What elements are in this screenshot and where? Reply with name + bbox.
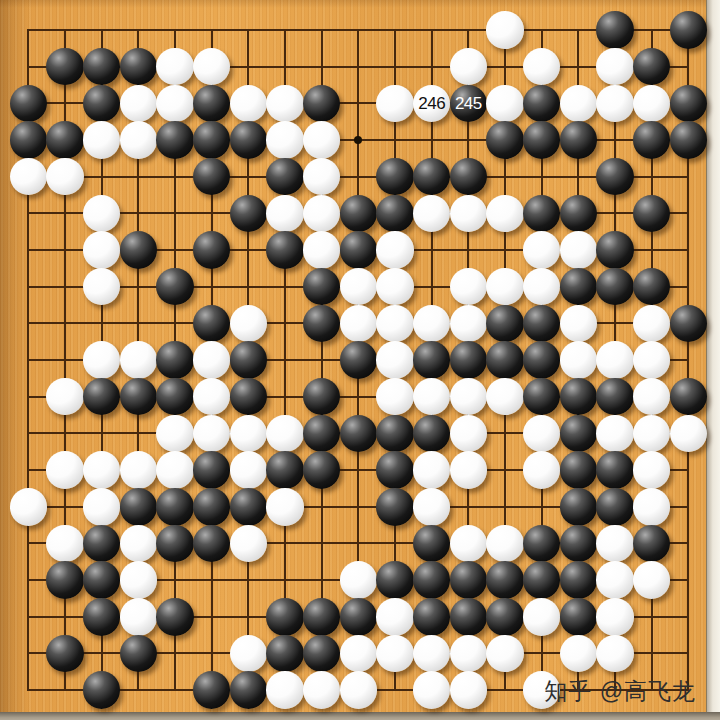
white-stone — [413, 305, 451, 343]
black-stone — [83, 561, 121, 599]
black-stone — [340, 415, 378, 453]
black-stone — [230, 488, 268, 526]
white-stone — [156, 48, 194, 86]
black-stone — [523, 341, 561, 379]
black-stone — [193, 671, 231, 709]
black-stone — [340, 231, 378, 269]
black-stone — [560, 121, 598, 159]
white-stone — [523, 415, 561, 453]
black-stone — [670, 305, 708, 343]
black-stone — [413, 525, 451, 563]
white-stone — [596, 85, 634, 123]
black-stone — [560, 268, 598, 306]
black-stone — [413, 341, 451, 379]
black-stone — [560, 525, 598, 563]
white-stone — [193, 415, 231, 453]
black-stone — [633, 121, 671, 159]
white-stone — [83, 268, 121, 306]
black-stone — [596, 451, 634, 489]
black-stone — [560, 561, 598, 599]
white-stone — [230, 635, 268, 673]
white-stone — [83, 488, 121, 526]
white-stone — [340, 635, 378, 673]
black-stone — [523, 85, 561, 123]
white-stone — [633, 451, 671, 489]
black-stone — [193, 121, 231, 159]
white-stone — [413, 85, 451, 123]
black-stone — [486, 121, 524, 159]
black-stone — [193, 231, 231, 269]
watermark-text: 知乎 @高飞龙 — [544, 676, 696, 707]
white-stone — [523, 231, 561, 269]
white-stone — [83, 341, 121, 379]
black-stone — [193, 158, 231, 196]
white-stone — [486, 85, 524, 123]
board-bottom-edge — [0, 712, 720, 720]
black-stone — [156, 378, 194, 416]
black-stone — [193, 85, 231, 123]
black-stone — [560, 488, 598, 526]
black-stone — [120, 488, 158, 526]
black-stone — [376, 158, 414, 196]
white-stone — [230, 451, 268, 489]
white-stone — [193, 48, 231, 86]
white-stone — [450, 378, 488, 416]
black-stone — [120, 378, 158, 416]
black-stone — [413, 561, 451, 599]
white-stone — [303, 158, 341, 196]
white-stone — [46, 525, 84, 563]
white-stone — [450, 451, 488, 489]
white-stone — [633, 341, 671, 379]
black-stone — [560, 195, 598, 233]
black-stone — [83, 598, 121, 636]
black-stone — [266, 451, 304, 489]
black-stone — [156, 268, 194, 306]
black-stone — [486, 341, 524, 379]
black-stone — [83, 378, 121, 416]
black-stone — [633, 268, 671, 306]
white-stone — [340, 305, 378, 343]
white-stone — [596, 341, 634, 379]
black-stone — [413, 415, 451, 453]
black-stone — [376, 488, 414, 526]
white-stone — [560, 341, 598, 379]
white-stone — [413, 451, 451, 489]
white-stone — [413, 378, 451, 416]
black-stone — [193, 451, 231, 489]
black-stone — [450, 85, 488, 123]
white-stone — [633, 488, 671, 526]
black-stone — [486, 305, 524, 343]
white-stone — [450, 305, 488, 343]
black-stone — [10, 121, 48, 159]
black-stone — [303, 635, 341, 673]
black-stone — [340, 341, 378, 379]
black-stone — [156, 488, 194, 526]
black-stone — [596, 268, 634, 306]
black-stone — [560, 451, 598, 489]
white-stone — [596, 525, 634, 563]
white-stone — [560, 305, 598, 343]
white-stone — [486, 11, 524, 49]
black-stone — [120, 48, 158, 86]
black-stone — [523, 121, 561, 159]
black-stone — [230, 121, 268, 159]
white-stone — [523, 451, 561, 489]
white-stone — [266, 121, 304, 159]
white-stone — [46, 451, 84, 489]
white-stone — [486, 635, 524, 673]
white-stone — [376, 268, 414, 306]
white-stone — [156, 451, 194, 489]
black-stone — [450, 158, 488, 196]
black-stone — [156, 598, 194, 636]
black-stone — [156, 121, 194, 159]
white-stone — [596, 415, 634, 453]
black-stone — [156, 525, 194, 563]
black-stone — [560, 378, 598, 416]
black-stone — [523, 305, 561, 343]
black-stone — [376, 451, 414, 489]
white-stone — [376, 85, 414, 123]
white-stone — [120, 561, 158, 599]
white-stone — [266, 415, 304, 453]
black-stone — [560, 415, 598, 453]
black-stone — [303, 85, 341, 123]
black-stone — [670, 11, 708, 49]
white-stone — [303, 671, 341, 709]
black-stone — [670, 121, 708, 159]
black-stone — [230, 195, 268, 233]
white-stone — [376, 305, 414, 343]
white-stone — [83, 195, 121, 233]
white-stone — [193, 378, 231, 416]
white-stone — [486, 525, 524, 563]
white-stone — [230, 415, 268, 453]
white-stone — [193, 341, 231, 379]
black-stone — [46, 48, 84, 86]
black-stone — [10, 85, 48, 123]
white-stone — [560, 85, 598, 123]
black-stone — [376, 415, 414, 453]
white-stone — [83, 451, 121, 489]
black-stone — [83, 671, 121, 709]
black-stone — [303, 451, 341, 489]
white-stone — [596, 561, 634, 599]
black-stone — [266, 598, 304, 636]
black-stone — [46, 635, 84, 673]
black-stone — [266, 158, 304, 196]
black-stone — [376, 561, 414, 599]
white-stone — [450, 525, 488, 563]
white-stone — [523, 268, 561, 306]
white-stone — [450, 48, 488, 86]
white-stone — [230, 85, 268, 123]
white-stone — [46, 158, 84, 196]
white-stone — [340, 671, 378, 709]
black-stone — [560, 598, 598, 636]
white-stone — [230, 305, 268, 343]
black-stone — [230, 378, 268, 416]
black-stone — [230, 671, 268, 709]
white-stone — [596, 598, 634, 636]
white-stone — [120, 598, 158, 636]
white-stone — [46, 378, 84, 416]
black-stone — [120, 635, 158, 673]
black-stone — [303, 598, 341, 636]
white-stone — [560, 635, 598, 673]
black-stone — [303, 305, 341, 343]
black-stone — [633, 525, 671, 563]
white-stone — [376, 378, 414, 416]
black-stone — [413, 158, 451, 196]
black-stone — [193, 488, 231, 526]
white-stone — [450, 671, 488, 709]
black-stone — [156, 341, 194, 379]
black-stone — [340, 195, 378, 233]
white-stone — [266, 488, 304, 526]
board-right-edge — [706, 0, 720, 712]
white-stone — [633, 305, 671, 343]
black-stone — [670, 85, 708, 123]
black-stone — [376, 195, 414, 233]
white-stone — [633, 561, 671, 599]
black-stone — [523, 378, 561, 416]
white-stone — [560, 231, 598, 269]
white-stone — [10, 488, 48, 526]
go-board: 知乎 @高飞龙 246245 — [0, 0, 720, 720]
black-stone — [303, 415, 341, 453]
white-stone — [120, 85, 158, 123]
black-stone — [266, 635, 304, 673]
black-stone — [450, 561, 488, 599]
white-stone — [633, 378, 671, 416]
star-point — [354, 136, 362, 144]
black-stone — [596, 231, 634, 269]
black-stone — [303, 268, 341, 306]
white-stone — [266, 671, 304, 709]
white-stone — [450, 415, 488, 453]
black-stone — [193, 525, 231, 563]
white-stone — [83, 121, 121, 159]
white-stone — [523, 48, 561, 86]
white-stone — [450, 635, 488, 673]
white-stone — [486, 378, 524, 416]
white-stone — [120, 341, 158, 379]
white-stone — [633, 85, 671, 123]
white-stone — [156, 415, 194, 453]
black-stone — [633, 48, 671, 86]
black-stone — [523, 525, 561, 563]
black-stone — [596, 488, 634, 526]
black-stone — [523, 195, 561, 233]
black-stone — [266, 231, 304, 269]
white-stone — [596, 635, 634, 673]
black-stone — [596, 11, 634, 49]
black-stone — [46, 121, 84, 159]
black-stone — [120, 231, 158, 269]
black-stone — [486, 561, 524, 599]
white-stone — [413, 488, 451, 526]
white-stone — [340, 561, 378, 599]
black-stone — [596, 378, 634, 416]
black-stone — [340, 598, 378, 636]
white-stone — [120, 525, 158, 563]
white-stone — [413, 671, 451, 709]
black-stone — [193, 305, 231, 343]
white-stone — [376, 598, 414, 636]
white-stone — [120, 451, 158, 489]
white-stone — [303, 195, 341, 233]
black-stone — [413, 598, 451, 636]
white-stone — [633, 415, 671, 453]
black-stone — [450, 598, 488, 636]
black-stone — [450, 341, 488, 379]
white-stone — [156, 85, 194, 123]
white-stone — [376, 341, 414, 379]
white-stone — [376, 231, 414, 269]
black-stone — [523, 561, 561, 599]
black-stone — [83, 85, 121, 123]
white-stone — [10, 158, 48, 196]
black-stone — [46, 561, 84, 599]
white-stone — [266, 85, 304, 123]
black-stone — [633, 195, 671, 233]
white-stone — [413, 195, 451, 233]
white-stone — [486, 195, 524, 233]
white-stone — [266, 195, 304, 233]
white-stone — [340, 268, 378, 306]
white-stone — [120, 121, 158, 159]
white-stone — [670, 415, 708, 453]
white-stone — [486, 268, 524, 306]
black-stone — [83, 48, 121, 86]
black-stone — [670, 378, 708, 416]
black-stone — [486, 598, 524, 636]
white-stone — [83, 231, 121, 269]
black-stone — [83, 525, 121, 563]
black-stone — [303, 378, 341, 416]
white-stone — [523, 598, 561, 636]
white-stone — [596, 48, 634, 86]
black-stone — [596, 158, 634, 196]
white-stone — [413, 635, 451, 673]
black-stone — [230, 341, 268, 379]
white-stone — [450, 195, 488, 233]
white-stone — [303, 231, 341, 269]
white-stone — [230, 525, 268, 563]
white-stone — [450, 268, 488, 306]
white-stone — [376, 635, 414, 673]
white-stone — [303, 121, 341, 159]
